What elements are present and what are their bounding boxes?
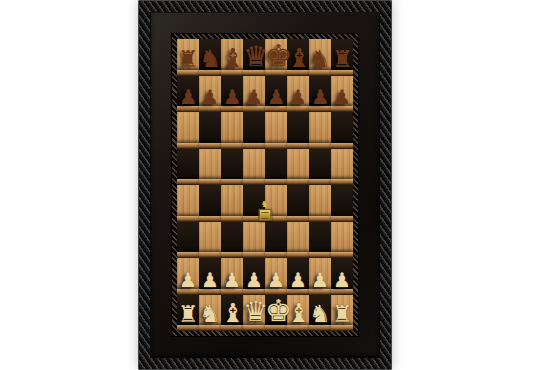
piece-black-pawn[interactable]: ♟ (199, 87, 221, 107)
piece-white-knight[interactable]: ♞ (199, 302, 221, 326)
square-a2[interactable]: ♟ (177, 258, 199, 295)
square-f8[interactable]: ♝ (287, 39, 309, 76)
piece-white-queen[interactable]: ♛ (243, 298, 265, 326)
square-g1[interactable]: ♞ (309, 295, 331, 332)
square-c4[interactable] (221, 185, 243, 222)
square-b5[interactable] (199, 149, 221, 186)
square-d2[interactable]: ♟ (243, 258, 265, 295)
piece-white-bishop[interactable]: ♝ (221, 300, 243, 326)
square-e1[interactable]: ♚ (265, 295, 287, 332)
square-e5[interactable] (265, 149, 287, 186)
square-a8[interactable]: ♜ (177, 39, 199, 76)
square-h5[interactable] (331, 149, 353, 186)
piece-white-rook[interactable]: ♜ (331, 303, 353, 326)
square-g4[interactable] (309, 185, 331, 222)
piece-white-bishop[interactable]: ♝ (287, 300, 309, 326)
square-c1[interactable]: ♝ (221, 295, 243, 332)
piece-white-rook[interactable]: ♜ (177, 303, 199, 326)
square-e6[interactable] (265, 112, 287, 149)
piece-white-pawn[interactable]: ♟ (221, 270, 243, 290)
piece-white-knight[interactable]: ♞ (309, 302, 331, 326)
square-d3[interactable] (243, 222, 265, 259)
square-d7[interactable]: ♟ (243, 76, 265, 113)
square-d1[interactable]: ♛ (243, 295, 265, 332)
square-e3[interactable] (265, 222, 287, 259)
square-b2[interactable]: ♟ (199, 258, 221, 295)
piece-black-queen[interactable]: ♛ (243, 43, 265, 71)
square-b4[interactable] (199, 185, 221, 222)
piece-white-king[interactable]: ♚ (265, 296, 287, 326)
square-b1[interactable]: ♞ (199, 295, 221, 332)
square-a3[interactable] (177, 222, 199, 259)
piece-white-pawn[interactable]: ♟ (177, 270, 199, 290)
piece-black-knight[interactable]: ♞ (309, 47, 331, 71)
square-a6[interactable] (177, 112, 199, 149)
piece-white-pawn[interactable]: ♟ (265, 270, 287, 290)
square-f1[interactable]: ♝ (287, 295, 309, 332)
piece-white-pawn[interactable]: ♟ (331, 270, 353, 290)
board-frame: ♜♞♝♛♚♝♞♜♟♟♟♟♟♟♟♟♟♟♟♟♟♟♟♟♜♞♝♛♚♝♞♜ ♞ (138, 0, 392, 370)
square-a1[interactable]: ♜ (177, 295, 199, 332)
square-b8[interactable]: ♞ (199, 39, 221, 76)
knight-emblem-icon: ♞ (261, 200, 269, 209)
square-h3[interactable] (331, 222, 353, 259)
square-h7[interactable]: ♟ (331, 76, 353, 113)
square-d5[interactable] (243, 149, 265, 186)
square-h2[interactable]: ♟ (331, 258, 353, 295)
piece-black-rook[interactable]: ♜ (331, 48, 353, 71)
square-h6[interactable] (331, 112, 353, 149)
piece-black-rook[interactable]: ♜ (177, 48, 199, 71)
square-g6[interactable] (309, 112, 331, 149)
piece-black-pawn[interactable]: ♟ (309, 87, 331, 107)
piece-black-pawn[interactable]: ♟ (177, 87, 199, 107)
piece-black-pawn[interactable]: ♟ (265, 87, 287, 107)
square-f4[interactable] (287, 185, 309, 222)
piece-white-pawn[interactable]: ♟ (287, 270, 309, 290)
square-c2[interactable]: ♟ (221, 258, 243, 295)
square-a5[interactable] (177, 149, 199, 186)
piece-black-pawn[interactable]: ♟ (243, 87, 265, 107)
square-c3[interactable] (221, 222, 243, 259)
square-g7[interactable]: ♟ (309, 76, 331, 113)
frame-bead-trim: ♜♞♝♛♚♝♞♜♟♟♟♟♟♟♟♟♟♟♟♟♟♟♟♟♜♞♝♛♚♝♞♜ ♞ (171, 33, 359, 337)
square-f7[interactable]: ♟ (287, 76, 309, 113)
square-g5[interactable] (309, 149, 331, 186)
square-c7[interactable]: ♟ (221, 76, 243, 113)
piece-white-pawn[interactable]: ♟ (243, 270, 265, 290)
piece-black-bishop[interactable]: ♝ (221, 45, 243, 71)
square-g3[interactable] (309, 222, 331, 259)
square-a7[interactable]: ♟ (177, 76, 199, 113)
piece-black-pawn[interactable]: ♟ (221, 87, 243, 107)
square-e2[interactable]: ♟ (265, 258, 287, 295)
square-h8[interactable]: ♜ (331, 39, 353, 76)
square-f5[interactable] (287, 149, 309, 186)
brand-plate (259, 209, 272, 221)
square-f6[interactable] (287, 112, 309, 149)
piece-black-pawn[interactable]: ♟ (331, 87, 353, 107)
square-c6[interactable] (221, 112, 243, 149)
piece-white-pawn[interactable]: ♟ (309, 270, 331, 290)
square-g8[interactable]: ♞ (309, 39, 331, 76)
square-g2[interactable]: ♟ (309, 258, 331, 295)
chess-board: ♜♞♝♛♚♝♞♜♟♟♟♟♟♟♟♟♟♟♟♟♟♟♟♟♜♞♝♛♚♝♞♜ ♞ (177, 39, 353, 331)
square-d6[interactable] (243, 112, 265, 149)
piece-black-knight[interactable]: ♞ (199, 47, 221, 71)
square-c5[interactable] (221, 149, 243, 186)
piece-black-bishop[interactable]: ♝ (287, 45, 309, 71)
square-e7[interactable]: ♟ (265, 76, 287, 113)
square-a4[interactable] (177, 185, 199, 222)
brand-plaque: ♞ (259, 200, 272, 221)
piece-black-king[interactable]: ♚ (265, 41, 287, 71)
square-b3[interactable] (199, 222, 221, 259)
square-h1[interactable]: ♜ (331, 295, 353, 332)
square-d8[interactable]: ♛ (243, 39, 265, 76)
square-b6[interactable] (199, 112, 221, 149)
square-b7[interactable]: ♟ (199, 76, 221, 113)
square-f3[interactable] (287, 222, 309, 259)
square-h4[interactable] (331, 185, 353, 222)
square-c8[interactable]: ♝ (221, 39, 243, 76)
square-e8[interactable]: ♚ (265, 39, 287, 76)
piece-white-pawn[interactable]: ♟ (199, 270, 221, 290)
frame-molding: ♜♞♝♛♚♝♞♜♟♟♟♟♟♟♟♟♟♟♟♟♟♟♟♟♜♞♝♛♚♝♞♜ ♞ (150, 12, 380, 358)
piece-black-pawn[interactable]: ♟ (287, 87, 309, 107)
product-photo: ♜♞♝♛♚♝♞♜♟♟♟♟♟♟♟♟♟♟♟♟♟♟♟♟♜♞♝♛♚♝♞♜ ♞ (0, 0, 540, 370)
square-f2[interactable]: ♟ (287, 258, 309, 295)
